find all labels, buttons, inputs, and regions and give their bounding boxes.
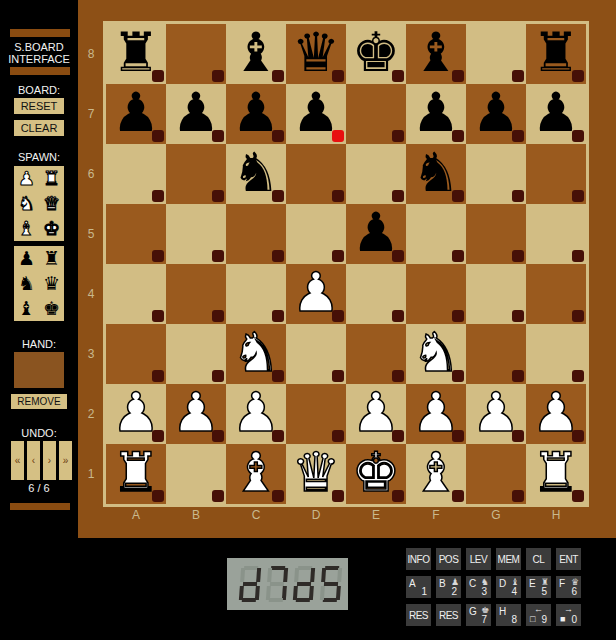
square-d1[interactable]: ♛ xyxy=(286,444,346,504)
undo-back-button[interactable]: ‹ xyxy=(27,441,40,480)
spawn-white-bishop[interactable]: ♝ xyxy=(14,216,39,241)
undo-section-label: UNDO: xyxy=(0,427,78,439)
square-led xyxy=(272,250,284,262)
square-led xyxy=(512,490,524,502)
segment-f xyxy=(294,568,299,582)
spawn-white-queen[interactable]: ♛ xyxy=(39,191,64,216)
square-led xyxy=(212,130,224,142)
square-a2[interactable]: ♟ xyxy=(106,384,166,444)
file-label-g: G xyxy=(466,508,526,522)
board-section-label: BOARD: xyxy=(0,84,78,96)
segment-f xyxy=(240,568,245,582)
square-e4[interactable] xyxy=(346,264,406,324)
square-h7[interactable]: ♟ xyxy=(526,84,586,144)
square-d7[interactable]: ♟ xyxy=(286,84,346,144)
square-d3[interactable] xyxy=(286,324,346,384)
segment-g xyxy=(324,582,338,586)
key-digit: 4 xyxy=(511,586,517,597)
segment-g xyxy=(243,582,257,586)
square-d4[interactable]: ♟ xyxy=(286,264,346,324)
key-b2[interactable]: B♟2 xyxy=(436,576,461,598)
square-h6[interactable] xyxy=(526,144,586,204)
key-left-9[interactable]: ←□9 xyxy=(526,604,551,626)
file-label-c: C xyxy=(226,508,286,522)
clear-button[interactable]: CLEAR xyxy=(14,120,64,136)
spawn-black-bishop[interactable]: ♝ xyxy=(14,296,39,321)
file-label-e: E xyxy=(346,508,406,522)
square-a8[interactable]: ♜ xyxy=(106,24,166,84)
segment-f xyxy=(321,568,326,582)
square-led xyxy=(332,490,344,502)
square-led xyxy=(392,250,404,262)
reset-button[interactable]: RESET xyxy=(14,98,64,114)
square-g8[interactable] xyxy=(466,24,526,84)
spawn-black-king[interactable]: ♚ xyxy=(39,296,64,321)
square-f1[interactable]: ♝ xyxy=(406,444,466,504)
square-led xyxy=(332,190,344,202)
key-e5[interactable]: E♜5 xyxy=(526,576,551,598)
square-led xyxy=(152,250,164,262)
sensor-board-interface-app: S.BOARD INTERFACE BOARD: RESET CLEAR SPA… xyxy=(0,0,616,640)
segment-b xyxy=(337,568,342,582)
square-e2[interactable]: ♟ xyxy=(346,384,406,444)
spawn-white-king[interactable]: ♚ xyxy=(39,216,64,241)
square-a3[interactable] xyxy=(106,324,166,384)
key-lev[interactable]: LEV xyxy=(466,548,491,570)
display-digit-2 xyxy=(266,566,289,602)
spawn-black-rook[interactable]: ♜ xyxy=(39,246,64,271)
app-title-line2: INTERFACE xyxy=(0,53,78,65)
hand-section-label: HAND: xyxy=(0,338,78,350)
rank-label-1: 1 xyxy=(78,444,104,504)
key-letter: H xyxy=(499,606,506,617)
square-led xyxy=(392,490,404,502)
key-f6[interactable]: F♛6 xyxy=(556,576,581,598)
segment-d xyxy=(323,598,337,602)
segment-d xyxy=(242,598,256,602)
square-b7[interactable]: ♟ xyxy=(166,84,226,144)
square-e6[interactable] xyxy=(346,144,406,204)
square-h1[interactable]: ♜ xyxy=(526,444,586,504)
key-digit: 8 xyxy=(511,614,517,625)
rank-label-4: 4 xyxy=(78,264,104,324)
key-digit: 3 xyxy=(481,586,487,597)
square-h5[interactable] xyxy=(526,204,586,264)
square-b2[interactable]: ♟ xyxy=(166,384,226,444)
square-h4[interactable] xyxy=(526,264,586,324)
segment-b xyxy=(283,568,288,582)
rank-label-7: 7 xyxy=(78,84,104,144)
segment-d xyxy=(269,598,283,602)
hand-slot[interactable] xyxy=(14,352,64,388)
square-led xyxy=(452,250,464,262)
key-label: RES xyxy=(406,604,431,626)
right-arrow-icon: → xyxy=(556,604,581,614)
square-e7[interactable] xyxy=(346,84,406,144)
square-led xyxy=(212,310,224,322)
square-f6[interactable]: ♞ xyxy=(406,144,466,204)
segment-b xyxy=(310,568,315,582)
square-g4[interactable] xyxy=(466,264,526,324)
square-b6[interactable] xyxy=(166,144,226,204)
square-g5[interactable] xyxy=(466,204,526,264)
square-led xyxy=(572,130,584,142)
file-label-b: B xyxy=(166,508,226,522)
key-label: MEM xyxy=(496,548,521,570)
file-label-f: F xyxy=(406,508,466,522)
key-letter: A xyxy=(409,578,416,589)
key-res-1[interactable]: RES xyxy=(406,604,431,626)
square-led xyxy=(152,130,164,142)
square-e1[interactable]: ♚ xyxy=(346,444,406,504)
square-b4[interactable] xyxy=(166,264,226,324)
square-b5[interactable] xyxy=(166,204,226,264)
display-digit-1 xyxy=(239,566,262,602)
keypad: INFOPOSLEVMEMCLENTA1B♟2C♞3D♝4E♜5F♛6RESRE… xyxy=(406,548,586,628)
square-led xyxy=(572,490,584,502)
segment-d xyxy=(296,598,310,602)
square-c3[interactable]: ♞ xyxy=(226,324,286,384)
spawn-black-queen[interactable]: ♛ xyxy=(39,271,64,296)
key-right-0[interactable]: →■0 xyxy=(556,604,581,626)
square-b1[interactable] xyxy=(166,444,226,504)
square-f4[interactable] xyxy=(406,264,466,324)
square-led xyxy=(452,190,464,202)
key-ent[interactable]: ENT xyxy=(556,548,581,570)
square-led xyxy=(152,190,164,202)
key-res-2[interactable]: RES xyxy=(436,604,461,626)
square-f7[interactable]: ♟ xyxy=(406,84,466,144)
key-mem[interactable]: MEM xyxy=(496,548,521,570)
square-d8[interactable]: ♛ xyxy=(286,24,346,84)
square-d5[interactable] xyxy=(286,204,346,264)
file-label-d: D xyxy=(286,508,346,522)
square-led xyxy=(212,430,224,442)
square-f5[interactable] xyxy=(406,204,466,264)
square-led xyxy=(212,190,224,202)
square-a1[interactable]: ♜ xyxy=(106,444,166,504)
rank-label-2: 2 xyxy=(78,384,104,444)
square-c1[interactable]: ♝ xyxy=(226,444,286,504)
rank-label-3: 3 xyxy=(78,324,104,384)
square-c8[interactable]: ♝ xyxy=(226,24,286,84)
move-display xyxy=(227,558,348,610)
undo-first-button[interactable]: « xyxy=(11,441,24,480)
undo-counter: 6 / 6 xyxy=(0,482,78,494)
square-g1[interactable] xyxy=(466,444,526,504)
square-led xyxy=(512,130,524,142)
undo-controls: «‹›» xyxy=(11,441,72,480)
square-c7[interactable]: ♟ xyxy=(226,84,286,144)
square-e8[interactable]: ♚ xyxy=(346,24,406,84)
key-label: RES xyxy=(436,604,461,626)
spawn-piece-icon: ♞ xyxy=(18,271,35,296)
key-label: INFO xyxy=(406,548,431,570)
left-arrow-icon: ← xyxy=(526,604,551,614)
spawn-piece-icon: ♜ xyxy=(43,166,60,191)
key-letter: C xyxy=(469,578,476,589)
key-cl[interactable]: CL xyxy=(526,548,551,570)
spawn-white-pawn[interactable]: ♟ xyxy=(14,166,39,191)
square-g2[interactable]: ♟ xyxy=(466,384,526,444)
square-led xyxy=(392,130,404,142)
key-letter: E xyxy=(529,578,536,589)
segment-f xyxy=(267,568,272,582)
file-label-a: A xyxy=(106,508,166,522)
key-digit: 7 xyxy=(481,614,487,625)
square-led xyxy=(392,70,404,82)
key-letter: G xyxy=(469,606,477,617)
segment-g xyxy=(297,582,311,586)
key-digit: 5 xyxy=(541,586,547,597)
rank-label-8: 8 xyxy=(78,24,104,84)
rank-label-6: 6 xyxy=(78,144,104,204)
spawn-section-label: SPAWN: xyxy=(0,151,78,163)
square-c6[interactable]: ♞ xyxy=(226,144,286,204)
spawn-piece-icon: ♟ xyxy=(18,166,35,191)
square-f2[interactable]: ♟ xyxy=(406,384,466,444)
segment-g xyxy=(270,582,284,586)
square-a7[interactable]: ♟ xyxy=(106,84,166,144)
spawn-piece-icon: ♝ xyxy=(18,296,35,321)
divider-bar xyxy=(10,29,70,37)
square-led-active xyxy=(332,130,344,142)
square-f3[interactable]: ♞ xyxy=(406,324,466,384)
spawn-piece-icon: ♚ xyxy=(43,216,60,241)
key-label: POS xyxy=(436,548,461,570)
square-h2[interactable]: ♟ xyxy=(526,384,586,444)
spawn-piece-icon: ♜ xyxy=(43,246,60,271)
spawn-piece-icon: ♚ xyxy=(43,296,60,321)
open-square-icon: □ xyxy=(530,614,535,625)
square-led xyxy=(572,250,584,262)
spawn-piece-icon: ♞ xyxy=(18,191,35,216)
square-led xyxy=(512,430,524,442)
key-digit: 1 xyxy=(421,586,427,597)
key-g7[interactable]: G♚7 xyxy=(466,604,491,626)
square-led xyxy=(332,310,344,322)
square-d6[interactable] xyxy=(286,144,346,204)
square-led xyxy=(152,490,164,502)
square-led xyxy=(212,250,224,262)
square-f8[interactable]: ♝ xyxy=(406,24,466,84)
spawn-white-rook[interactable]: ♜ xyxy=(39,166,64,191)
segment-b xyxy=(256,568,261,582)
spawn-piece-icon: ♟ xyxy=(18,246,35,271)
rank-label-5: 5 xyxy=(78,204,104,264)
key-label: LEV xyxy=(466,548,491,570)
square-c2[interactable]: ♟ xyxy=(226,384,286,444)
key-digit: 2 xyxy=(451,586,457,597)
square-a4[interactable] xyxy=(106,264,166,324)
square-led xyxy=(332,370,344,382)
key-h8[interactable]: H8 xyxy=(496,604,521,626)
square-led xyxy=(572,310,584,322)
square-g3[interactable] xyxy=(466,324,526,384)
app-title-line1: S.BOARD xyxy=(0,41,78,53)
spawn-black-knight[interactable]: ♞ xyxy=(14,271,39,296)
square-g7[interactable]: ♟ xyxy=(466,84,526,144)
key-info[interactable]: INFO xyxy=(406,548,431,570)
divider-bar xyxy=(10,503,70,510)
square-c4[interactable] xyxy=(226,264,286,324)
square-d2[interactable] xyxy=(286,384,346,444)
square-e5[interactable]: ♟ xyxy=(346,204,406,264)
key-c3[interactable]: C♞3 xyxy=(466,576,491,598)
square-led xyxy=(512,250,524,262)
display-digit-4 xyxy=(320,566,343,602)
square-led xyxy=(152,310,164,322)
square-a5[interactable] xyxy=(106,204,166,264)
key-digit: 6 xyxy=(571,586,577,597)
spawn-black-pawn[interactable]: ♟ xyxy=(14,246,39,271)
key-a1[interactable]: A1 xyxy=(406,576,431,598)
key-pos[interactable]: POS xyxy=(436,548,461,570)
file-label-h: H xyxy=(526,508,586,522)
key-digit: 0 xyxy=(571,614,577,625)
square-led xyxy=(392,310,404,322)
spawn-panel-white: ♟♜♞♛♝♚ xyxy=(14,166,64,241)
square-e3[interactable] xyxy=(346,324,406,384)
square-led xyxy=(272,190,284,202)
key-label: ENT xyxy=(556,548,581,570)
square-led xyxy=(272,490,284,502)
filled-square-icon: ■ xyxy=(560,614,565,625)
key-letter: D xyxy=(499,578,506,589)
square-led xyxy=(512,310,524,322)
square-led xyxy=(452,490,464,502)
square-led xyxy=(572,190,584,202)
spawn-piece-icon: ♛ xyxy=(43,191,60,216)
board-squares: ♜♝♛♚♝♜♟♟♟♟♟♟♟♞♞♟♟♞♞♟♟♟♟♟♟♟♜♝♛♚♝♜ xyxy=(106,24,586,504)
divider-bar xyxy=(10,67,70,75)
undo-forward-button[interactable]: › xyxy=(43,441,56,480)
square-led xyxy=(212,490,224,502)
undo-last-button[interactable]: » xyxy=(59,441,72,480)
display-digit-3 xyxy=(293,566,316,602)
key-d4[interactable]: D♝4 xyxy=(496,576,521,598)
sidebar: S.BOARD INTERFACE BOARD: RESET CLEAR SPA… xyxy=(0,0,78,640)
spawn-piece-icon: ♛ xyxy=(43,271,60,296)
remove-button[interactable]: REMOVE xyxy=(11,394,67,409)
spawn-piece-icon: ♝ xyxy=(18,216,35,241)
square-a6[interactable] xyxy=(106,144,166,204)
square-b8[interactable] xyxy=(166,24,226,84)
spawn-white-knight[interactable]: ♞ xyxy=(14,191,39,216)
square-g6[interactable] xyxy=(466,144,526,204)
square-c5[interactable] xyxy=(226,204,286,264)
square-h8[interactable]: ♜ xyxy=(526,24,586,84)
key-letter: B xyxy=(439,578,446,589)
key-digit: 9 xyxy=(541,614,547,625)
spawn-panel-black: ♟♜♞♛♝♚ xyxy=(14,246,64,321)
square-h3[interactable] xyxy=(526,324,586,384)
key-label: CL xyxy=(526,548,551,570)
chess-board: 87654321 ABCDEFGH ♜♝♛♚♝♜♟♟♟♟♟♟♟♞♞♟♟♞♞♟♟♟… xyxy=(78,0,616,538)
square-b3[interactable] xyxy=(166,324,226,384)
key-letter: F xyxy=(559,578,565,589)
square-led xyxy=(512,190,524,202)
